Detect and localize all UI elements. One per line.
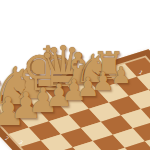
coordinate-label-3: 3 xyxy=(18,140,23,146)
pieces-layer: ♜♞♝♚♛♝♞♜♟♟♟♟♟♟♟♟231 xyxy=(0,0,150,150)
coordinate-label-2: 2 xyxy=(4,136,9,142)
chess-set-photo: ♜♞♝♚♛♝♞♜♟♟♟♟♟♟♟♟231 xyxy=(0,0,150,150)
white-pawn-a2: ♟ xyxy=(111,64,132,87)
coordinate-label-1: 1 xyxy=(138,70,143,76)
